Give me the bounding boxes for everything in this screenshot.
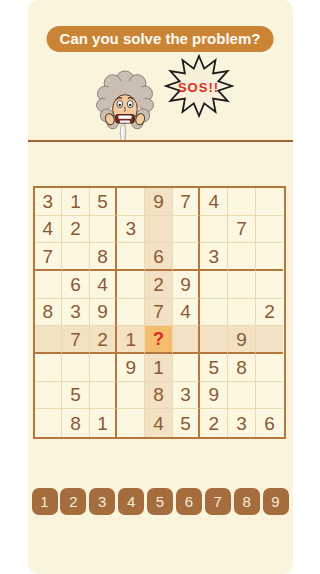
worried-character-illustration bbox=[94, 70, 156, 142]
cell-r4c7[interactable] bbox=[200, 271, 228, 299]
cell-r7c7[interactable]: 5 bbox=[200, 354, 228, 382]
cell-r2c8[interactable]: 7 bbox=[228, 216, 256, 244]
cell-r7c9[interactable] bbox=[256, 354, 284, 382]
cell-r4c8[interactable] bbox=[228, 271, 256, 299]
cell-r7c2[interactable] bbox=[62, 354, 90, 382]
cell-r6c6[interactable] bbox=[173, 326, 201, 354]
cell-r1c4[interactable] bbox=[117, 188, 145, 216]
cell-r6c3[interactable]: 2 bbox=[90, 326, 118, 354]
cell-r3c7[interactable]: 3 bbox=[200, 243, 228, 271]
cell-r6c7[interactable] bbox=[200, 326, 228, 354]
sos-label: SOS!! bbox=[164, 54, 234, 120]
cell-r4c3[interactable]: 4 bbox=[90, 271, 118, 299]
cell-r9c2[interactable]: 8 bbox=[62, 409, 90, 437]
cell-r4c9[interactable] bbox=[256, 271, 284, 299]
numpad-key-9[interactable]: 9 bbox=[263, 488, 289, 515]
cell-r2c3[interactable] bbox=[90, 216, 118, 244]
cell-r6c2[interactable]: 7 bbox=[62, 326, 90, 354]
cell-r2c7[interactable] bbox=[200, 216, 228, 244]
cell-r1c8[interactable] bbox=[228, 188, 256, 216]
cell-r3c8[interactable] bbox=[228, 243, 256, 271]
cell-r6c5[interactable]: ? bbox=[145, 326, 173, 354]
cell-r1c5[interactable]: 9 bbox=[145, 188, 173, 216]
cell-r8c7[interactable]: 9 bbox=[200, 382, 228, 410]
cell-r8c8[interactable] bbox=[228, 382, 256, 410]
cell-r7c1[interactable] bbox=[35, 354, 63, 382]
cell-r5c7[interactable] bbox=[200, 299, 228, 327]
cell-r4c5[interactable]: 2 bbox=[145, 271, 173, 299]
cell-r5c8[interactable] bbox=[228, 299, 256, 327]
sudoku-board: 315974423778636429839742721?991585839814… bbox=[33, 186, 286, 439]
cell-r2c5[interactable] bbox=[145, 216, 173, 244]
cell-r4c1[interactable] bbox=[35, 271, 63, 299]
cell-r5c1[interactable]: 8 bbox=[35, 299, 63, 327]
cell-r3c6[interactable] bbox=[173, 243, 201, 271]
cell-r6c8[interactable]: 9 bbox=[228, 326, 256, 354]
cell-r8c3[interactable] bbox=[90, 382, 118, 410]
cell-r7c8[interactable]: 8 bbox=[228, 354, 256, 382]
cell-r2c2[interactable]: 2 bbox=[62, 216, 90, 244]
cell-r4c4[interactable] bbox=[117, 271, 145, 299]
cell-r9c7[interactable]: 2 bbox=[200, 409, 228, 437]
question-banner: Can you solve the problem? bbox=[47, 26, 274, 52]
cell-r9c6[interactable]: 5 bbox=[173, 409, 201, 437]
cell-r5c3[interactable]: 9 bbox=[90, 299, 118, 327]
cell-r3c1[interactable]: 7 bbox=[35, 243, 63, 271]
cell-r6c9[interactable] bbox=[256, 326, 284, 354]
cell-r9c1[interactable] bbox=[35, 409, 63, 437]
cell-r8c2[interactable]: 5 bbox=[62, 382, 90, 410]
numpad-key-4[interactable]: 4 bbox=[118, 488, 144, 515]
cell-r9c8[interactable]: 3 bbox=[228, 409, 256, 437]
hero-area: SOS!! bbox=[28, 50, 293, 142]
cell-r8c4[interactable] bbox=[117, 382, 145, 410]
cell-r5c6[interactable]: 4 bbox=[173, 299, 201, 327]
cell-r3c3[interactable]: 8 bbox=[90, 243, 118, 271]
cell-r8c5[interactable]: 8 bbox=[145, 382, 173, 410]
cell-r4c6[interactable]: 9 bbox=[173, 271, 201, 299]
number-pad: 123456789 bbox=[32, 488, 289, 515]
cell-r7c3[interactable] bbox=[90, 354, 118, 382]
cell-r1c3[interactable]: 5 bbox=[90, 188, 118, 216]
sos-bubble: SOS!! bbox=[164, 54, 234, 120]
cell-r3c4[interactable] bbox=[117, 243, 145, 271]
cell-r1c1[interactable]: 3 bbox=[35, 188, 63, 216]
cell-r9c3[interactable]: 1 bbox=[90, 409, 118, 437]
cell-r1c9[interactable] bbox=[256, 188, 284, 216]
cell-r1c7[interactable]: 4 bbox=[200, 188, 228, 216]
numpad-key-2[interactable]: 2 bbox=[60, 488, 86, 515]
cell-r5c4[interactable] bbox=[117, 299, 145, 327]
cell-r2c1[interactable]: 4 bbox=[35, 216, 63, 244]
cell-r7c6[interactable] bbox=[173, 354, 201, 382]
cell-r9c4[interactable] bbox=[117, 409, 145, 437]
cell-r6c4[interactable]: 1 bbox=[117, 326, 145, 354]
cell-r8c9[interactable] bbox=[256, 382, 284, 410]
cell-r9c5[interactable]: 4 bbox=[145, 409, 173, 437]
cell-r6c1[interactable] bbox=[35, 326, 63, 354]
cell-r1c2[interactable]: 1 bbox=[62, 188, 90, 216]
numpad-key-6[interactable]: 6 bbox=[176, 488, 202, 515]
cell-r5c2[interactable]: 3 bbox=[62, 299, 90, 327]
cell-r4c2[interactable]: 6 bbox=[62, 271, 90, 299]
cell-r2c6[interactable] bbox=[173, 216, 201, 244]
cell-r8c1[interactable] bbox=[35, 382, 63, 410]
cell-r1c6[interactable]: 7 bbox=[173, 188, 201, 216]
cell-r7c4[interactable]: 9 bbox=[117, 354, 145, 382]
divider-line bbox=[28, 140, 293, 142]
numpad-key-3[interactable]: 3 bbox=[89, 488, 115, 515]
cell-r8c6[interactable]: 3 bbox=[173, 382, 201, 410]
numpad-key-5[interactable]: 5 bbox=[147, 488, 173, 515]
numpad-key-8[interactable]: 8 bbox=[234, 488, 260, 515]
cell-r9c9[interactable]: 6 bbox=[256, 409, 284, 437]
app-screen: Can you solve the problem? bbox=[28, 0, 293, 574]
numpad-key-1[interactable]: 1 bbox=[32, 488, 58, 515]
cell-r7c5[interactable]: 1 bbox=[145, 354, 173, 382]
cell-r5c5[interactable]: 7 bbox=[145, 299, 173, 327]
numpad-key-7[interactable]: 7 bbox=[205, 488, 231, 515]
question-banner-label: Can you solve the problem? bbox=[60, 30, 261, 47]
cell-r2c9[interactable] bbox=[256, 216, 284, 244]
cell-r3c9[interactable] bbox=[256, 243, 284, 271]
cell-r5c9[interactable]: 2 bbox=[256, 299, 284, 327]
cell-r3c2[interactable] bbox=[62, 243, 90, 271]
cell-r3c5[interactable]: 6 bbox=[145, 243, 173, 271]
cell-r2c4[interactable]: 3 bbox=[117, 216, 145, 244]
